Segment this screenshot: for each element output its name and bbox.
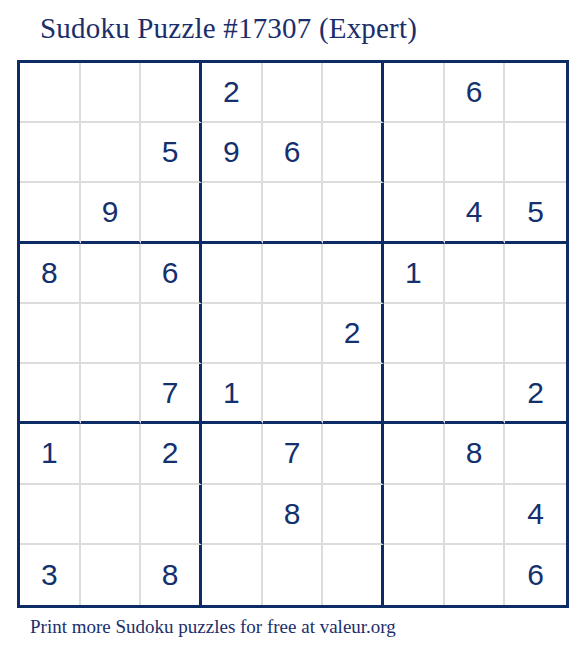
cell-r1c3	[141, 63, 202, 123]
cell-r5c7	[384, 304, 445, 364]
cell-r6c1	[20, 364, 81, 424]
cell-r3c1	[20, 183, 81, 243]
cell-r9c9: 6	[505, 545, 566, 605]
cell-r7c7	[384, 424, 445, 484]
cell-r2c8	[445, 123, 506, 183]
cell-r2c3: 5	[141, 123, 202, 183]
cell-r4c4	[202, 244, 263, 304]
cell-r8c7	[384, 485, 445, 545]
cell-r4c6	[323, 244, 384, 304]
cell-r6c5	[263, 364, 324, 424]
cell-r5c5	[263, 304, 324, 364]
cell-r1c9	[505, 63, 566, 123]
cell-r4c7: 1	[384, 244, 445, 304]
cell-r6c2	[81, 364, 142, 424]
cell-r3c9: 5	[505, 183, 566, 243]
cell-r1c4: 2	[202, 63, 263, 123]
cell-r1c6	[323, 63, 384, 123]
cell-r4c8	[445, 244, 506, 304]
cell-r7c5: 7	[263, 424, 324, 484]
cell-r7c2	[81, 424, 142, 484]
cell-r5c8	[445, 304, 506, 364]
cell-r9c4	[202, 545, 263, 605]
cell-r8c5: 8	[263, 485, 324, 545]
cell-r3c4	[202, 183, 263, 243]
cell-r8c3	[141, 485, 202, 545]
cell-r6c7	[384, 364, 445, 424]
cell-r3c7	[384, 183, 445, 243]
cell-r1c7	[384, 63, 445, 123]
cell-r5c3	[141, 304, 202, 364]
cell-r7c9	[505, 424, 566, 484]
cell-r6c8	[445, 364, 506, 424]
cell-r1c5	[263, 63, 324, 123]
cell-r3c8: 4	[445, 183, 506, 243]
cell-r3c6	[323, 183, 384, 243]
cell-r9c8	[445, 545, 506, 605]
cell-r9c2	[81, 545, 142, 605]
cell-r6c9: 2	[505, 364, 566, 424]
cell-r7c4	[202, 424, 263, 484]
cell-r4c9	[505, 244, 566, 304]
cell-r4c5	[263, 244, 324, 304]
cell-r8c1	[20, 485, 81, 545]
cell-r5c4	[202, 304, 263, 364]
page: Sudoku Puzzle #17307 (Expert) 2659694586…	[0, 0, 580, 651]
cell-r9c1: 3	[20, 545, 81, 605]
cell-r1c1	[20, 63, 81, 123]
cell-r2c2	[81, 123, 142, 183]
cell-r8c6	[323, 485, 384, 545]
cell-r7c3: 2	[141, 424, 202, 484]
cell-r8c9: 4	[505, 485, 566, 545]
cell-r5c2	[81, 304, 142, 364]
cell-r9c5	[263, 545, 324, 605]
cell-r5c9	[505, 304, 566, 364]
cell-r1c8: 6	[445, 63, 506, 123]
cell-r6c4: 1	[202, 364, 263, 424]
cell-r2c6	[323, 123, 384, 183]
puzzle-title: Sudoku Puzzle #17307 (Expert)	[40, 12, 417, 45]
cell-r2c7	[384, 123, 445, 183]
cell-r3c5	[263, 183, 324, 243]
cell-r3c3	[141, 183, 202, 243]
cell-r8c4	[202, 485, 263, 545]
cell-r5c1	[20, 304, 81, 364]
cell-r4c2	[81, 244, 142, 304]
cell-r9c6	[323, 545, 384, 605]
cell-r6c6	[323, 364, 384, 424]
cell-r7c8: 8	[445, 424, 506, 484]
cell-r5c6: 2	[323, 304, 384, 364]
cell-r9c7	[384, 545, 445, 605]
cell-r2c5: 6	[263, 123, 324, 183]
cell-r2c9	[505, 123, 566, 183]
cell-r2c1	[20, 123, 81, 183]
sudoku-board: 265969458612712127884386	[17, 60, 569, 608]
cell-r2c4: 9	[202, 123, 263, 183]
cell-r1c2	[81, 63, 142, 123]
cell-r9c3: 8	[141, 545, 202, 605]
cell-r6c3: 7	[141, 364, 202, 424]
cell-r7c6	[323, 424, 384, 484]
cell-r4c3: 6	[141, 244, 202, 304]
footer-text: Print more Sudoku puzzles for free at va…	[30, 616, 396, 638]
cell-r3c2: 9	[81, 183, 142, 243]
cell-r4c1: 8	[20, 244, 81, 304]
cell-r8c2	[81, 485, 142, 545]
cell-r8c8	[445, 485, 506, 545]
cell-r7c1: 1	[20, 424, 81, 484]
